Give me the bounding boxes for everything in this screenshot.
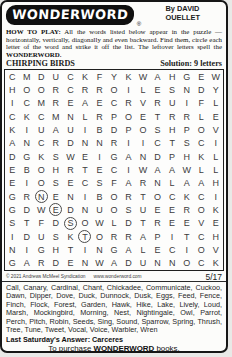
grid-cell-r12c13[interactable]: E	[179, 217, 194, 230]
grid-cell-r12c9[interactable]: D	[121, 217, 136, 230]
grid-cell-r14c3[interactable]: G	[34, 243, 49, 256]
grid-cell-r6c12[interactable]: T	[165, 137, 180, 150]
grid-cell-r5c3[interactable]: U	[34, 123, 49, 136]
grid-cell-r14c10[interactable]: L	[136, 243, 151, 256]
grid-cell-r5c13[interactable]: P	[179, 123, 194, 136]
grid-cell-r9c1[interactable]: E	[5, 177, 20, 190]
grid-cell-r10c3[interactable]: N	[34, 190, 49, 203]
grid-cell-r8c13[interactable]: W	[179, 163, 194, 176]
grid-cell-r11c9[interactable]: S	[121, 203, 136, 216]
grid-cell-r6c2[interactable]: N	[20, 137, 35, 150]
grid-cell-r11c5[interactable]: D	[63, 203, 78, 216]
grid-cell-r4c11[interactable]: T	[150, 110, 165, 123]
grid-cell-r8c14[interactable]: L	[194, 163, 209, 176]
grid-cell-r3c11[interactable]: R	[150, 97, 165, 110]
grid-cell-r11c13[interactable]: R	[179, 203, 194, 216]
wonderword-logo-text: WONDERWORD	[5, 5, 135, 25]
grid-cell-r14c7[interactable]: N	[92, 243, 107, 256]
grid-cell-r7c9[interactable]: A	[121, 150, 136, 163]
grid-cell-r9c3[interactable]: O	[34, 177, 49, 190]
grid-cell-r4c7[interactable]: R	[92, 110, 107, 123]
grid-cell-r8c8[interactable]: C	[107, 163, 122, 176]
grid-cell-r10c2[interactable]: R	[20, 190, 35, 203]
grid-cell-r3c6[interactable]: A	[78, 97, 93, 110]
grid-cell-r15c9[interactable]: D	[121, 257, 136, 270]
grid-cell-r15c12[interactable]: N	[165, 257, 180, 270]
grid-cell-r1c15[interactable]: W	[208, 70, 223, 83]
grid-cell-r10c9[interactable]: R	[121, 190, 136, 203]
grid-cell-r7c13[interactable]: H	[179, 150, 194, 163]
copyright-row: © 2021 Andrews McMeel Syndication www.wo…	[2, 271, 226, 282]
grid-cell-r5c1[interactable]: K	[5, 123, 20, 136]
grid-cell-r9c8[interactable]: F	[107, 177, 122, 190]
grid-cell-r3c8[interactable]: C	[107, 97, 122, 110]
grid-cell-r10c14[interactable]: C	[194, 190, 209, 203]
grid-cell-r11c14[interactable]: O	[194, 203, 209, 216]
grid-cell-r14c15[interactable]: V	[208, 243, 223, 256]
solution-length-label: Solution: 9 letters	[160, 59, 222, 68]
grid-cell-r3c14[interactable]: F	[194, 97, 209, 110]
puzzle-grid: CMDUCKFYKWAHGEWHOORCRROILESNDYICMREAECRV…	[4, 69, 224, 271]
grid-cell-r3c13[interactable]: I	[179, 97, 194, 110]
grid-cell-r12c5[interactable]: S	[63, 217, 78, 230]
how-to-play-tail: WONDERWORD.	[6, 51, 61, 58]
grid-cell-r9c12[interactable]: L	[165, 177, 180, 190]
how-to-play-text: HOW TO PLAY: All the words listed below …	[6, 28, 222, 58]
grid-cell-r13c11[interactable]: P	[150, 230, 165, 243]
grid-cell-r7c15[interactable]: L	[208, 150, 223, 163]
grid-cell-r2c15[interactable]: Y	[208, 83, 223, 96]
grid-cell-r10c5[interactable]: N	[63, 190, 78, 203]
grid-cell-r1c13[interactable]: G	[179, 70, 194, 83]
grid-cell-r3c3[interactable]: M	[34, 97, 49, 110]
grid-cell-r7c12[interactable]: P	[165, 150, 180, 163]
grid-cell-r11c4[interactable]: E	[49, 203, 64, 216]
grid-cell-r2c7[interactable]: R	[92, 83, 107, 96]
grid-cell-r10c13[interactable]: K	[179, 190, 194, 203]
grid-cell-r6c3[interactable]: C	[34, 137, 49, 150]
grid-cell-r10c6[interactable]: I	[78, 190, 93, 203]
grid-cell-r12c2[interactable]: T	[20, 217, 35, 230]
grid-cell-r13c15[interactable]: H	[208, 230, 223, 243]
grid-cell-r3c4[interactable]: R	[49, 97, 64, 110]
byline-line2: OUELLET	[166, 14, 201, 23]
grid-cell-r9c9[interactable]: A	[121, 177, 136, 190]
grid-cell-r5c5[interactable]: U	[63, 123, 78, 136]
grid-cell-r6c9[interactable]: I	[121, 137, 136, 150]
grid-cell-r6c8[interactable]: R	[107, 137, 122, 150]
grid-cell-r1c3[interactable]: D	[34, 70, 49, 83]
grid-cell-r11c3[interactable]: W	[34, 203, 49, 216]
grid-cell-r13c12[interactable]: I	[165, 230, 180, 243]
grid-cell-r13c4[interactable]: S	[49, 230, 64, 243]
grid-cell-r15c6[interactable]: N	[78, 257, 93, 270]
grid-cell-r10c12[interactable]: C	[165, 190, 180, 203]
grid-cell-r3c1[interactable]: I	[5, 97, 20, 110]
grid-cell-r4c12[interactable]: R	[165, 110, 180, 123]
grid-cell-r4c15[interactable]: E	[208, 110, 223, 123]
grid-cell-r7c3[interactable]: K	[34, 150, 49, 163]
grid-cell-r4c4[interactable]: M	[49, 110, 64, 123]
puzzle-date: 5/17	[205, 272, 222, 282]
grid-cell-r13c7[interactable]: O	[92, 230, 107, 243]
grid-cell-r12c14[interactable]: V	[194, 217, 209, 230]
theme-row: CHIRPING BIRDS Solution: 9 letters	[6, 59, 222, 68]
grid-cell-r1c11[interactable]: A	[150, 70, 165, 83]
grid-cell-r9c4[interactable]: S	[49, 177, 64, 190]
grid-cell-r4c14[interactable]: L	[194, 110, 209, 123]
copyright-text: © 2021 Andrews McMeel Syndication	[6, 274, 86, 279]
grid-cell-r1c7[interactable]: F	[92, 70, 107, 83]
grid-cell-r14c8[interactable]: G	[107, 243, 122, 256]
grid-cell-r7c1[interactable]: D	[5, 150, 20, 163]
wonderword-puzzle-clipping: WONDERWORD ® By DAVID OUELLET HOW TO PLA…	[0, 0, 228, 353]
grid-cell-r5c10[interactable]: O	[136, 123, 151, 136]
header: WONDERWORD ® By DAVID OUELLET	[2, 2, 226, 26]
grid-cell-r1c6[interactable]: K	[78, 70, 93, 83]
grid-cell-r2c11[interactable]: E	[150, 83, 165, 96]
grid-cell-r14c9[interactable]: A	[121, 243, 136, 256]
grid-cell-r13c6[interactable]: T	[78, 230, 93, 243]
grid-cell-r7c5[interactable]: W	[63, 150, 78, 163]
grid-cell-r8c3[interactable]: O	[34, 163, 49, 176]
grid-cell-r5c14[interactable]: O	[194, 123, 209, 136]
grid-cell-r8c10[interactable]: W	[136, 163, 151, 176]
grid-cell-r12c8[interactable]: L	[107, 217, 122, 230]
grid-cell-r14c11[interactable]: E	[150, 243, 165, 256]
grid-cell-r5c12[interactable]: H	[165, 123, 180, 136]
grid-cell-r2c2[interactable]: O	[20, 83, 35, 96]
grid-cell-r10c1[interactable]: G	[5, 190, 20, 203]
grid-cell-r2c9[interactable]: I	[121, 83, 136, 96]
grid-cell-r1c8[interactable]: Y	[107, 70, 122, 83]
grid-cell-r14c1[interactable]: N	[5, 243, 20, 256]
grid-cell-r7c11[interactable]: D	[150, 150, 165, 163]
grid-cell-r7c10[interactable]: N	[136, 150, 151, 163]
previous-answer: Last Saturday's Answer: Carceres	[6, 335, 222, 344]
grid-cell-r5c8[interactable]: D	[107, 123, 122, 136]
grid-cell-r1c2[interactable]: M	[20, 70, 35, 83]
word-list: Call, Canary, Cardinal, Chant, Chickadee…	[6, 284, 222, 335]
grid-cell-r11c8[interactable]: O	[107, 203, 122, 216]
grid-cell-r9c10[interactable]: R	[136, 177, 151, 190]
grid-cell-r14c13[interactable]: I	[179, 243, 194, 256]
purchase-line1: To purchase WONDERWORD books,	[2, 344, 226, 353]
grid-cell-r4c8[interactable]: P	[107, 110, 122, 123]
grid-cell-r1c14[interactable]: E	[194, 70, 209, 83]
grid-cell-r4c13[interactable]: R	[179, 110, 194, 123]
grid-cell-r12c15[interactable]: E	[208, 217, 223, 230]
grid-cell-r1c5[interactable]: C	[63, 70, 78, 83]
grid-cell-r3c5[interactable]: E	[63, 97, 78, 110]
grid-cell-r10c4[interactable]: E	[49, 190, 64, 203]
grid-cell-r15c8[interactable]: A	[107, 257, 122, 270]
grid-cell-r2c6[interactable]: R	[78, 83, 93, 96]
grid-cell-r11c11[interactable]: E	[150, 203, 165, 216]
grid-cell-r9c7[interactable]: S	[92, 177, 107, 190]
grid-cell-r11c10[interactable]: U	[136, 203, 151, 216]
grid-cell-r8c12[interactable]: A	[165, 163, 180, 176]
grid-cell-r2c8[interactable]: O	[107, 83, 122, 96]
grid-cell-r14c4[interactable]: H	[49, 243, 64, 256]
grid-cell-r6c13[interactable]: S	[179, 137, 194, 150]
grid-cell-r6c14[interactable]: C	[194, 137, 209, 150]
grid-cell-r13c9[interactable]: R	[121, 230, 136, 243]
grid-cell-r6c11[interactable]: C	[150, 137, 165, 150]
grid-cell-r10c10[interactable]: T	[136, 190, 151, 203]
grid-cell-r3c2[interactable]: C	[20, 97, 35, 110]
grid-cell-r7c4[interactable]: S	[49, 150, 64, 163]
grid-cell-r12c6[interactable]: O	[78, 217, 93, 230]
grid-cell-r2c5[interactable]: C	[63, 83, 78, 96]
grid-cell-r8c11[interactable]: A	[150, 163, 165, 176]
how-to-play-label: HOW TO PLAY:	[6, 28, 61, 35]
grid-cell-r5c7[interactable]: B	[92, 123, 107, 136]
purchase-brand: WONDERWORD	[93, 344, 154, 353]
grid-cell-r3c15[interactable]: L	[208, 97, 223, 110]
grid-cell-r8c4[interactable]: H	[49, 163, 64, 176]
grid-cell-r15c10[interactable]: U	[136, 257, 151, 270]
grid-cell-r12c7[interactable]: W	[92, 217, 107, 230]
grid-cell-r1c4[interactable]: U	[49, 70, 64, 83]
grid-cell-r6c6[interactable]: N	[78, 137, 93, 150]
grid-cell-r9c11[interactable]: N	[150, 177, 165, 190]
grid-cell-r15c11[interactable]: N	[150, 257, 165, 270]
grid-cell-r3c12[interactable]: U	[165, 97, 180, 110]
grid-cell-r9c13[interactable]: A	[179, 177, 194, 190]
grid-cell-r3c9[interactable]: R	[121, 97, 136, 110]
grid-cell-r15c3[interactable]: R	[34, 257, 49, 270]
grid-cell-r14c12[interactable]: C	[165, 243, 180, 256]
grid-cell-r7c7[interactable]: I	[92, 150, 107, 163]
grid-cell-r12c12[interactable]: E	[165, 217, 180, 230]
grid-cell-r11c6[interactable]: N	[78, 203, 93, 216]
grid-cell-r10c7[interactable]: B	[92, 190, 107, 203]
grid-cell-r12c11[interactable]: R	[150, 217, 165, 230]
grid-cell-r5c9[interactable]: P	[121, 123, 136, 136]
grid-cell-r5c4[interactable]: A	[49, 123, 64, 136]
grid-cell-r5c2[interactable]: I	[20, 123, 35, 136]
grid-cell-r1c1[interactable]: C	[5, 70, 20, 83]
registered-trademark-icon: ®	[137, 21, 141, 27]
website-url: www.wonderword.com	[94, 274, 142, 279]
grid-cell-r6c4[interactable]: R	[49, 137, 64, 150]
grid-cell-r6c7[interactable]: N	[92, 137, 107, 150]
grid-cell-r4c1[interactable]: C	[5, 110, 20, 123]
grid-cell-r4c2[interactable]: K	[20, 110, 35, 123]
grid-cell-r11c15[interactable]: K	[208, 203, 223, 216]
grid-cell-r8c2[interactable]: B	[20, 163, 35, 176]
grid-cell-r13c1[interactable]: I	[5, 230, 20, 243]
grid-cell-r7c8[interactable]: G	[107, 150, 122, 163]
grid-cell-r10c15[interactable]: I	[208, 190, 223, 203]
grid-cell-r14c6[interactable]: I	[78, 243, 93, 256]
grid-cell-r9c15[interactable]: H	[208, 177, 223, 190]
grid-cell-r15c1[interactable]: G	[5, 257, 20, 270]
grid-cell-r2c10[interactable]: L	[136, 83, 151, 96]
grid-cell-r4c9[interactable]: O	[121, 110, 136, 123]
grid-cell-r8c7[interactable]: E	[92, 163, 107, 176]
grid-cell-r9c14[interactable]: A	[194, 177, 209, 190]
grid-cell-r11c1[interactable]: G	[5, 203, 20, 216]
puzzle-theme-title: CHIRPING BIRDS	[6, 59, 75, 68]
grid-cell-r8c9[interactable]: I	[121, 163, 136, 176]
purchase-line1-post: books,	[154, 344, 179, 353]
grid-cell-r13c3[interactable]: U	[34, 230, 49, 243]
grid-cell-r2c13[interactable]: N	[179, 83, 194, 96]
wonderword-logo: WONDERWORD ®	[6, 5, 134, 25]
grid-cell-r11c7[interactable]: U	[92, 203, 107, 216]
grid-cell-r15c2[interactable]: A	[20, 257, 35, 270]
grid-cell-r13c5[interactable]: K	[63, 230, 78, 243]
grid-cell-r1c10[interactable]: W	[136, 70, 151, 83]
grid-cell-r5c6[interactable]: I	[78, 123, 93, 136]
grid-cell-r9c5[interactable]: E	[63, 177, 78, 190]
grid-cell-r6c10[interactable]: I	[136, 137, 151, 150]
grid-cell-r15c4[interactable]: D	[49, 257, 64, 270]
grid-cell-r7c6[interactable]: E	[78, 150, 93, 163]
grid-cell-r15c7[interactable]: W	[92, 257, 107, 270]
grid-cell-r13c8[interactable]: R	[107, 230, 122, 243]
grid-cell-r12c4[interactable]: D	[49, 217, 64, 230]
grid-cell-r8c5[interactable]: R	[63, 163, 78, 176]
grid-cell-r11c12[interactable]: E	[165, 203, 180, 216]
grid-cell-r8c1[interactable]: E	[5, 163, 20, 176]
grid-cell-r11c2[interactable]: D	[20, 203, 35, 216]
grid-cell-r9c6[interactable]: C	[78, 177, 93, 190]
grid-cell-r3c7[interactable]: E	[92, 97, 107, 110]
grid-cell-r5c15[interactable]: V	[208, 123, 223, 136]
grid-cell-r4c6[interactable]: L	[78, 110, 93, 123]
grid-cell-r1c9[interactable]: K	[121, 70, 136, 83]
grid-cell-r7c14[interactable]: K	[194, 150, 209, 163]
grid-cell-r1c12[interactable]: H	[165, 70, 180, 83]
grid-cell-r2c12[interactable]: S	[165, 83, 180, 96]
byline: By DAVID OUELLET	[166, 5, 223, 22]
grid-cell-r5c11[interactable]: S	[150, 123, 165, 136]
grid-cell-r2c3[interactable]: O	[34, 83, 49, 96]
grid-cell-r14c14[interactable]: O	[194, 243, 209, 256]
grid-cell-r15c13[interactable]: O	[179, 257, 194, 270]
grid-cell-r9c2[interactable]: I	[20, 177, 35, 190]
grid-cell-r3c10[interactable]: V	[136, 97, 151, 110]
purchase-info: To purchase WONDERWORD books, visit www.…	[2, 344, 226, 353]
grid-cell-r13c10[interactable]: A	[136, 230, 151, 243]
grid-cell-r10c8[interactable]: O	[107, 190, 122, 203]
grid-cell-r6c1[interactable]: A	[5, 137, 20, 150]
grid-cell-r13c14[interactable]: C	[194, 230, 209, 243]
grid-cell-r10c11[interactable]: O	[150, 190, 165, 203]
grid-cell-r14c2[interactable]: I	[20, 243, 35, 256]
grid-cell-r8c6[interactable]: T	[78, 163, 93, 176]
grid-cell-r2c4[interactable]: R	[49, 83, 64, 96]
grid-cell-r2c14[interactable]: D	[194, 83, 209, 96]
grid-cell-r4c5[interactable]: N	[63, 110, 78, 123]
grid-cell-r6c15[interactable]: I	[208, 137, 223, 150]
grid-cell-r15c15[interactable]: K	[208, 257, 223, 270]
grid-cell-r6c5[interactable]: D	[63, 137, 78, 150]
grid-cell-r7c2[interactable]: G	[20, 150, 35, 163]
grid-cell-r4c3[interactable]: C	[34, 110, 49, 123]
grid-cell-r12c3[interactable]: F	[34, 217, 49, 230]
grid-cell-r13c13[interactable]: T	[179, 230, 194, 243]
grid-cell-r13c2[interactable]: D	[20, 230, 35, 243]
grid-cell-r4c10[interactable]: E	[136, 110, 151, 123]
grid-cell-r15c5[interactable]: E	[63, 257, 78, 270]
grid-cell-r8c15[interactable]: L	[208, 163, 223, 176]
grid-cell-r2c1[interactable]: H	[5, 83, 20, 96]
grid-cell-r12c10[interactable]: T	[136, 217, 151, 230]
grid-cell-r14c5[interactable]: T	[63, 243, 78, 256]
purchase-line1-pre: To purchase	[48, 344, 93, 353]
grid-cell-r12c1[interactable]: S	[5, 217, 20, 230]
grid-cell-r15c14[interactable]: C	[194, 257, 209, 270]
